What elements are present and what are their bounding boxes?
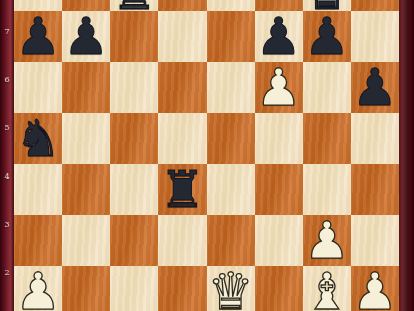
chess-board: ♜♚♟♟♟♟♟♟♞♜♟♟♛♝♟♚	[14, 0, 399, 311]
square-d4[interactable]: ♜	[158, 164, 206, 215]
square-f5[interactable]	[255, 113, 303, 164]
square-h2[interactable]: ♟	[351, 266, 399, 311]
square-h8[interactable]	[351, 0, 399, 11]
square-e4[interactable]	[207, 164, 255, 215]
white-pawn[interactable]: ♟	[352, 266, 398, 311]
white-pawn[interactable]: ♟	[256, 62, 302, 113]
square-f2[interactable]	[255, 266, 303, 311]
white-pawn[interactable]: ♟	[304, 215, 350, 266]
square-d6[interactable]	[158, 62, 206, 113]
black-rook[interactable]: ♜	[160, 164, 206, 215]
square-g6[interactable]	[303, 62, 351, 113]
square-d5[interactable]	[158, 113, 206, 164]
white-pawn[interactable]: ♟	[15, 266, 61, 311]
rank-label-6: 6	[0, 75, 14, 85]
square-b4[interactable]	[62, 164, 110, 215]
square-h5[interactable]	[351, 113, 399, 164]
square-c4[interactable]	[110, 164, 158, 215]
square-a2[interactable]: ♟	[14, 266, 62, 311]
square-b7[interactable]: ♟	[62, 11, 110, 62]
square-e7[interactable]	[207, 11, 255, 62]
square-f3[interactable]	[255, 215, 303, 266]
white-queen[interactable]: ♛	[208, 266, 254, 311]
rank-label-5: 5	[0, 123, 14, 133]
square-a7[interactable]: ♟	[14, 11, 62, 62]
square-f6[interactable]: ♟	[255, 62, 303, 113]
square-d2[interactable]	[158, 266, 206, 311]
black-pawn[interactable]: ♟	[352, 62, 398, 113]
square-g4[interactable]	[303, 164, 351, 215]
square-h6[interactable]: ♟	[351, 62, 399, 113]
square-e6[interactable]	[207, 62, 255, 113]
square-f7[interactable]: ♟	[255, 11, 303, 62]
square-f4[interactable]	[255, 164, 303, 215]
black-knight[interactable]: ♞	[15, 113, 61, 164]
square-e8[interactable]	[207, 0, 255, 11]
black-pawn[interactable]: ♟	[256, 11, 302, 62]
board-frame: ♜♚♟♟♟♟♟♟♞♜♟♟♛♝♟♚ 87654321	[0, 0, 414, 311]
square-c5[interactable]	[110, 113, 158, 164]
square-c2[interactable]	[110, 266, 158, 311]
square-g5[interactable]	[303, 113, 351, 164]
square-h7[interactable]	[351, 11, 399, 62]
square-c7[interactable]	[110, 11, 158, 62]
square-b5[interactable]	[62, 113, 110, 164]
square-a4[interactable]	[14, 164, 62, 215]
square-b6[interactable]	[62, 62, 110, 113]
square-d8[interactable]	[158, 0, 206, 11]
square-a3[interactable]	[14, 215, 62, 266]
square-g3[interactable]: ♟	[303, 215, 351, 266]
square-e5[interactable]	[207, 113, 255, 164]
square-h4[interactable]	[351, 164, 399, 215]
square-g2[interactable]: ♝	[303, 266, 351, 311]
square-d7[interactable]	[158, 11, 206, 62]
square-a5[interactable]: ♞	[14, 113, 62, 164]
square-b2[interactable]	[62, 266, 110, 311]
square-c6[interactable]	[110, 62, 158, 113]
square-c3[interactable]	[110, 215, 158, 266]
black-pawn[interactable]: ♟	[15, 11, 61, 62]
rank-label-3: 3	[0, 220, 14, 230]
rank-label-2: 2	[0, 268, 14, 278]
rank-label-4: 4	[0, 172, 14, 182]
square-e3[interactable]	[207, 215, 255, 266]
black-pawn[interactable]: ♟	[63, 11, 109, 62]
square-a6[interactable]	[14, 62, 62, 113]
square-c8[interactable]: ♜	[110, 0, 158, 11]
white-bishop[interactable]: ♝	[304, 266, 350, 311]
square-g7[interactable]: ♟	[303, 11, 351, 62]
square-b3[interactable]	[62, 215, 110, 266]
square-d3[interactable]	[158, 215, 206, 266]
black-pawn[interactable]: ♟	[304, 11, 350, 62]
rank-label-7: 7	[0, 27, 14, 37]
square-h3[interactable]	[351, 215, 399, 266]
square-e2[interactable]: ♛	[207, 266, 255, 311]
